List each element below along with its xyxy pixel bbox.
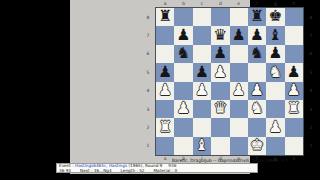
square-b3[interactable]: ♟ [174, 100, 192, 118]
square-h6[interactable] [285, 45, 303, 63]
square-b7[interactable]: ♟ [174, 26, 192, 44]
square-g7[interactable]: ♝ [266, 26, 284, 44]
square-f6[interactable]: ♞ [248, 45, 266, 63]
black-pawn-g6: ♟ [268, 46, 282, 62]
status-item: Length : 52 [121, 169, 145, 174]
game-info-box: Event : Hastings6465c, Hastings (1965), … [56, 163, 258, 174]
square-g1[interactable] [266, 137, 284, 155]
square-a2[interactable]: ♜ [156, 118, 174, 136]
rank-label-7: 7 [141, 26, 155, 44]
square-g3[interactable] [266, 100, 284, 118]
rank-label-8: 8 [141, 8, 155, 26]
square-f2[interactable] [248, 118, 266, 136]
square-f1[interactable]: ♚ [248, 137, 266, 155]
black-pawn-a5: ♟ [158, 65, 172, 81]
square-f5[interactable] [248, 63, 266, 81]
square-e6[interactable] [230, 45, 248, 63]
square-b6[interactable]: ♞ [174, 45, 192, 63]
rank-label-2: 2 [141, 118, 155, 136]
square-e1[interactable] [230, 137, 248, 155]
square-h5[interactable]: ♟ [285, 63, 303, 81]
square-d3[interactable]: ♛ [211, 100, 229, 118]
white-pawn-c4: ♟ [195, 83, 209, 99]
white-king-f1: ♚ [250, 138, 264, 154]
square-e7[interactable]: ♟ [230, 26, 248, 44]
status-item: 36 93 [59, 169, 71, 174]
chess-board: ♜♜♚♟♛♟♟♝♞♟♞♟♟♟♟♞♟♟♟♟♟♟♟♛♞♜♜♟♝♚ [156, 8, 303, 155]
file-label-h: h [285, 1, 303, 7]
rank-label-2: 2 [304, 118, 318, 136]
square-d2[interactable] [211, 118, 229, 136]
square-c7[interactable] [193, 26, 211, 44]
square-a4[interactable]: ♟ [156, 82, 174, 100]
white-knight-f3: ♞ [250, 101, 264, 117]
white-bishop-c1: ♝ [195, 138, 209, 154]
black-knight-b6: ♞ [177, 46, 191, 62]
white-queen-d3: ♛ [213, 101, 227, 117]
square-h7[interactable] [285, 26, 303, 44]
square-c4[interactable]: ♟ [193, 82, 211, 100]
rank-label-4: 4 [304, 82, 318, 100]
square-e5[interactable] [230, 63, 248, 81]
rank-label-4: 4 [141, 82, 155, 100]
square-c2[interactable] [193, 118, 211, 136]
square-d6[interactable]: ♟ [211, 45, 229, 63]
square-g5[interactable]: ♞ [266, 63, 284, 81]
file-label-e: e [230, 1, 248, 7]
rank-label-3: 3 [304, 100, 318, 118]
square-e3[interactable] [230, 100, 248, 118]
black-pawn-d6: ♟ [213, 46, 227, 62]
black-bishop-g7: ♝ [268, 28, 282, 44]
white-rook-a2: ♜ [158, 120, 172, 136]
square-h3[interactable]: ♜ [285, 100, 303, 118]
square-d1[interactable] [211, 137, 229, 155]
file-labels-top: abcdefgh [156, 1, 303, 7]
square-b5[interactable] [174, 63, 192, 81]
white-pawn-d5: ♟ [213, 65, 227, 81]
white-rook-h3: ♜ [287, 101, 301, 117]
square-g4[interactable] [266, 82, 284, 100]
square-h4[interactable]: ♟ [285, 82, 303, 100]
square-a5[interactable]: ♟ [156, 63, 174, 81]
square-b4[interactable] [174, 82, 192, 100]
square-d8[interactable] [211, 8, 229, 26]
white-pawn-h4: ♟ [287, 83, 301, 99]
rank-label-5: 5 [304, 63, 318, 81]
square-b1[interactable] [174, 137, 192, 155]
video-frame: abcdefgh abcdefgh 87654321 87654321 ♜♜♚♟… [0, 0, 320, 180]
rank-labels-right: 87654321 [304, 8, 318, 155]
square-f3[interactable]: ♞ [248, 100, 266, 118]
square-g2[interactable]: ♟ [266, 118, 284, 136]
square-e4[interactable]: ♟ [230, 82, 248, 100]
black-pawn-c5: ♟ [195, 65, 209, 81]
square-c5[interactable]: ♟ [193, 63, 211, 81]
white-knight-g5: ♞ [268, 65, 282, 81]
square-g8[interactable]: ♚ [266, 8, 284, 26]
white-pawn-g2: ♟ [268, 120, 282, 136]
square-g6[interactable]: ♟ [266, 45, 284, 63]
white-pawn-f4: ♟ [250, 83, 264, 99]
square-f7[interactable]: ♟ [248, 26, 266, 44]
black-knight-f6: ♞ [250, 46, 264, 62]
square-f8[interactable]: ♜ [248, 8, 266, 26]
square-h2[interactable] [285, 118, 303, 136]
rank-label-7: 7 [304, 26, 318, 44]
square-c3[interactable] [193, 100, 211, 118]
file-label-b: b [174, 1, 192, 7]
square-d7[interactable]: ♛ [211, 26, 229, 44]
square-c6[interactable] [193, 45, 211, 63]
square-b2[interactable] [174, 118, 192, 136]
square-c1[interactable]: ♝ [193, 137, 211, 155]
square-e2[interactable] [230, 118, 248, 136]
file-label-a: a [156, 1, 174, 7]
file-label-d: d [211, 1, 229, 7]
square-a6[interactable] [156, 45, 174, 63]
rank-label-8: 8 [304, 8, 318, 26]
square-a8[interactable]: ♜ [156, 8, 174, 26]
square-d4[interactable] [211, 82, 229, 100]
rank-label-6: 6 [304, 45, 318, 63]
rank-label-6: 6 [141, 45, 155, 63]
square-a1[interactable] [156, 137, 174, 155]
status-item: Material : 0 [153, 169, 177, 174]
white-pawn-b3: ♟ [177, 101, 191, 117]
square-a7[interactable] [156, 26, 174, 44]
square-e8[interactable] [230, 8, 248, 26]
file-label-g: g [266, 1, 284, 7]
black-rook-f8: ♜ [250, 9, 264, 25]
chess-board-frame: ♜♜♚♟♛♟♟♝♞♟♞♟♟♟♟♞♟♟♟♟♟♟♟♛♞♜♜♟♝♚ [155, 7, 304, 156]
chess-gui-panel: abcdefgh abcdefgh 87654321 87654321 ♜♜♚♟… [70, 0, 250, 174]
white-pawn-a4: ♟ [158, 83, 172, 99]
square-f4[interactable]: ♟ [248, 82, 266, 100]
black-rook-a8: ♜ [158, 9, 172, 25]
black-king-g8: ♚ [268, 9, 282, 25]
status-item: Next : 36...Ng4 [80, 169, 112, 174]
black-queen-d7: ♛ [213, 28, 227, 44]
square-a3[interactable] [156, 100, 174, 118]
black-pawn-h5: ♟ [287, 65, 301, 81]
file-label-c: c [193, 1, 211, 7]
square-c8[interactable] [193, 8, 211, 26]
rank-labels-left: 87654321 [141, 8, 155, 155]
white-pawn-e4: ♟ [232, 83, 246, 99]
rank-label-1: 1 [304, 137, 318, 155]
status-line: 36 93Next : 36...Ng4Length : 52Material … [59, 169, 255, 174]
rank-label-1: 1 [141, 137, 155, 155]
file-label-f: f [248, 1, 266, 7]
rank-label-3: 3 [141, 100, 155, 118]
square-h8[interactable] [285, 8, 303, 26]
black-pawn-b7: ♟ [177, 28, 191, 44]
rank-label-5: 5 [141, 63, 155, 81]
black-pawn-f7: ♟ [250, 28, 264, 44]
square-h1[interactable] [285, 137, 303, 155]
black-pawn-e7: ♟ [232, 28, 246, 44]
square-b8[interactable] [174, 8, 192, 26]
square-d5[interactable]: ♟ [211, 63, 229, 81]
